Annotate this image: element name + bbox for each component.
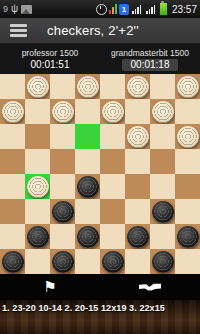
cell-r6c5[interactable]	[125, 224, 150, 249]
cell-r7c6[interactable]	[150, 249, 175, 274]
cell-r3c2[interactable]	[50, 149, 75, 174]
player-white-name: professor 1500	[22, 48, 79, 58]
white-piece[interactable]	[27, 76, 49, 98]
cell-r0c1[interactable]	[25, 74, 50, 99]
cell-r3c1	[25, 149, 50, 174]
draw-handshake-icon[interactable]	[100, 278, 200, 296]
wood-footer: 1. 23-20 10-14 2. 20-15 12x19 3. 22x15	[0, 300, 200, 334]
cell-r3c5	[125, 149, 150, 174]
white-piece[interactable]	[77, 76, 99, 98]
cell-r7c4[interactable]	[100, 249, 125, 274]
cell-r5c2[interactable]	[50, 199, 75, 224]
cell-r4c6	[150, 174, 175, 199]
black-piece[interactable]	[127, 226, 149, 248]
alarm-clock-icon	[96, 4, 107, 15]
cell-r4c4	[100, 174, 125, 199]
cell-r4c3[interactable]	[75, 174, 100, 199]
cell-r6c7[interactable]	[175, 224, 200, 249]
cell-r2c2	[50, 124, 75, 149]
cell-r2c3[interactable]	[75, 124, 100, 149]
cell-r6c1[interactable]	[25, 224, 50, 249]
status-time: 23:57	[172, 4, 197, 15]
cell-r5c3	[75, 199, 100, 224]
player-white-clock: 00:01:51	[22, 59, 79, 71]
cell-r5c5	[125, 199, 150, 224]
cell-r4c7[interactable]	[175, 174, 200, 199]
players-bar: professor 1500 00:01:51 grandmasterbit 1…	[0, 44, 200, 74]
cell-r6c6	[150, 224, 175, 249]
player-white-panel: professor 1500 00:01:51	[0, 44, 100, 74]
cell-r1c7	[175, 99, 200, 124]
page-title: checkers, 2'+2''	[47, 23, 139, 38]
cell-r0c4	[100, 74, 125, 99]
white-piece[interactable]	[177, 126, 199, 148]
cell-r7c7	[175, 249, 200, 274]
white-piece[interactable]	[102, 101, 124, 123]
network-activity-icon	[109, 4, 117, 14]
cell-r1c3	[75, 99, 100, 124]
cell-r3c3	[75, 149, 100, 174]
white-piece[interactable]	[127, 126, 149, 148]
signal-bars-icon-2	[145, 4, 157, 15]
black-piece[interactable]	[2, 251, 24, 273]
notification-badge: 1	[119, 4, 129, 15]
status-left-text: 9	[3, 4, 8, 14]
status-bar: 9 ψ 1 23:57	[0, 0, 200, 18]
cell-r2c6	[150, 124, 175, 149]
cell-r6c3[interactable]	[75, 224, 100, 249]
board	[0, 74, 200, 274]
player-black-panel: grandmasterbit 1500 00:01:18	[100, 44, 200, 74]
cell-r6c0	[0, 224, 25, 249]
white-piece[interactable]	[27, 176, 49, 198]
cell-r2c5[interactable]	[125, 124, 150, 149]
black-piece[interactable]	[102, 251, 124, 273]
black-piece[interactable]	[177, 226, 199, 248]
cell-r1c6[interactable]	[150, 99, 175, 124]
cell-r5c0[interactable]	[0, 199, 25, 224]
cell-r0c3[interactable]	[75, 74, 100, 99]
move-list: 1. 23-20 10-14 2. 20-15 12x19 3. 22x15	[0, 303, 200, 313]
black-piece[interactable]	[27, 226, 49, 248]
black-piece[interactable]	[152, 251, 174, 273]
black-piece[interactable]	[152, 201, 174, 223]
cell-r0c0	[0, 74, 25, 99]
player-black-name: grandmasterbit 1500	[111, 48, 189, 58]
cell-r1c2[interactable]	[50, 99, 75, 124]
cell-r5c6[interactable]	[150, 199, 175, 224]
cell-r2c1[interactable]	[25, 124, 50, 149]
cell-r6c4	[100, 224, 125, 249]
gallery-icon	[21, 5, 32, 14]
cell-r7c0[interactable]	[0, 249, 25, 274]
action-bar: ⚑	[0, 274, 200, 300]
player-black-clock: 00:01:18	[122, 59, 179, 71]
black-piece[interactable]	[52, 251, 74, 273]
cell-r4c1[interactable]	[25, 174, 50, 199]
app-header: checkers, 2'+2''	[0, 18, 200, 44]
cell-r2c7[interactable]	[175, 124, 200, 149]
cell-r4c5[interactable]	[125, 174, 150, 199]
cell-r3c0[interactable]	[0, 149, 25, 174]
cell-r1c0[interactable]	[0, 99, 25, 124]
cell-r1c4[interactable]	[100, 99, 125, 124]
cell-r6c2	[50, 224, 75, 249]
cell-r5c7	[175, 199, 200, 224]
cell-r4c2	[50, 174, 75, 199]
white-piece[interactable]	[127, 76, 149, 98]
cell-r7c1	[25, 249, 50, 274]
resign-flag-icon[interactable]: ⚑	[0, 276, 100, 298]
cell-r3c7	[175, 149, 200, 174]
menu-hamburger-icon[interactable]	[10, 24, 27, 37]
cell-r3c6[interactable]	[150, 149, 175, 174]
cell-r7c5	[125, 249, 150, 274]
white-piece[interactable]	[2, 101, 24, 123]
cell-r2c0	[0, 124, 25, 149]
white-piece[interactable]	[177, 76, 199, 98]
black-piece[interactable]	[77, 226, 99, 248]
cell-r5c1	[25, 199, 50, 224]
usb-icon: ψ	[11, 4, 18, 14]
cell-r7c2[interactable]	[50, 249, 75, 274]
white-piece[interactable]	[152, 101, 174, 123]
cell-r0c5[interactable]	[125, 74, 150, 99]
cell-r5c4[interactable]	[100, 199, 125, 224]
cell-r4c0	[0, 174, 25, 199]
black-piece[interactable]	[77, 176, 99, 198]
black-piece[interactable]	[52, 201, 74, 223]
cell-r7c3	[75, 249, 100, 274]
app-window: 9 ψ 1 23:57 checkers, 2'+2'' pro	[0, 0, 200, 334]
battery-icon	[159, 2, 168, 16]
cell-r2c4	[100, 124, 125, 149]
cell-r1c1	[25, 99, 50, 124]
cell-r3c4[interactable]	[100, 149, 125, 174]
cell-r1c5	[125, 99, 150, 124]
white-piece[interactable]	[52, 101, 74, 123]
cell-r0c7[interactable]	[175, 74, 200, 99]
signal-bars-icon-1	[131, 4, 143, 15]
cell-r0c2	[50, 74, 75, 99]
cell-r0c6	[150, 74, 175, 99]
